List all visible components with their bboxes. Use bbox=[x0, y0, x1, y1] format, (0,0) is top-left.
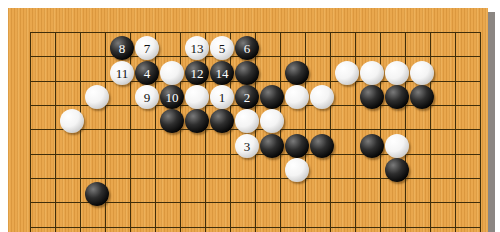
move-number-label: 11 bbox=[116, 67, 129, 80]
white-stone[interactable] bbox=[360, 61, 384, 85]
white-stone[interactable] bbox=[260, 109, 284, 133]
black-stone[interactable]: 10 bbox=[160, 85, 184, 109]
grid-line-horizontal bbox=[30, 32, 481, 33]
black-stone[interactable] bbox=[85, 182, 109, 206]
move-number-label: 6 bbox=[244, 42, 251, 55]
move-number-label: 3 bbox=[244, 140, 251, 153]
black-stone[interactable] bbox=[185, 109, 209, 133]
black-stone[interactable] bbox=[360, 85, 384, 109]
black-stone[interactable] bbox=[160, 109, 184, 133]
white-stone[interactable]: 1 bbox=[210, 85, 234, 109]
white-stone[interactable] bbox=[385, 134, 409, 158]
white-stone[interactable] bbox=[335, 61, 359, 85]
white-stone[interactable] bbox=[160, 61, 184, 85]
move-number-label: 1 bbox=[219, 91, 226, 104]
black-stone[interactable]: 6 bbox=[235, 36, 259, 60]
white-stone[interactable]: 3 bbox=[235, 134, 259, 158]
white-stone[interactable]: 9 bbox=[135, 85, 159, 109]
move-number-label: 10 bbox=[166, 91, 179, 104]
white-stone[interactable] bbox=[235, 109, 259, 133]
move-number-label: 7 bbox=[144, 42, 151, 55]
move-number-label: 8 bbox=[119, 42, 126, 55]
white-stone[interactable] bbox=[310, 85, 334, 109]
black-stone[interactable]: 14 bbox=[210, 61, 234, 85]
black-stone[interactable] bbox=[385, 158, 409, 182]
white-stone[interactable] bbox=[85, 85, 109, 109]
white-stone[interactable]: 5 bbox=[210, 36, 234, 60]
black-stone[interactable] bbox=[310, 134, 334, 158]
white-stone[interactable] bbox=[410, 61, 434, 85]
white-stone[interactable] bbox=[60, 109, 84, 133]
black-stone[interactable]: 8 bbox=[110, 36, 134, 60]
black-stone[interactable] bbox=[235, 61, 259, 85]
white-stone[interactable] bbox=[185, 85, 209, 109]
white-stone[interactable]: 13 bbox=[185, 36, 209, 60]
grid-line-horizontal bbox=[30, 227, 481, 228]
black-stone[interactable] bbox=[260, 134, 284, 158]
grid-line-horizontal bbox=[30, 178, 481, 179]
move-number-label: 2 bbox=[244, 91, 251, 104]
white-stone[interactable]: 7 bbox=[135, 36, 159, 60]
white-stone[interactable] bbox=[285, 158, 309, 182]
move-number-label: 4 bbox=[144, 67, 151, 80]
black-stone[interactable] bbox=[260, 85, 284, 109]
black-stone[interactable] bbox=[210, 109, 234, 133]
move-number-label: 13 bbox=[191, 42, 204, 55]
black-stone[interactable]: 2 bbox=[235, 85, 259, 109]
black-stone[interactable]: 4 bbox=[135, 61, 159, 85]
black-stone[interactable] bbox=[285, 61, 309, 85]
white-stone[interactable] bbox=[385, 61, 409, 85]
black-stone[interactable] bbox=[285, 134, 309, 158]
black-stone[interactable] bbox=[410, 85, 434, 109]
white-stone[interactable] bbox=[285, 85, 309, 109]
white-stone[interactable]: 11 bbox=[110, 61, 134, 85]
go-diagram: 8713561141214910123 bbox=[0, 0, 500, 232]
move-number-label: 14 bbox=[216, 67, 229, 80]
black-stone[interactable] bbox=[360, 134, 384, 158]
move-number-label: 5 bbox=[219, 42, 226, 55]
board-drop-shadow bbox=[488, 12, 495, 232]
move-number-label: 9 bbox=[144, 91, 151, 104]
black-stone[interactable] bbox=[385, 85, 409, 109]
move-number-label: 12 bbox=[191, 67, 204, 80]
black-stone[interactable]: 12 bbox=[185, 61, 209, 85]
